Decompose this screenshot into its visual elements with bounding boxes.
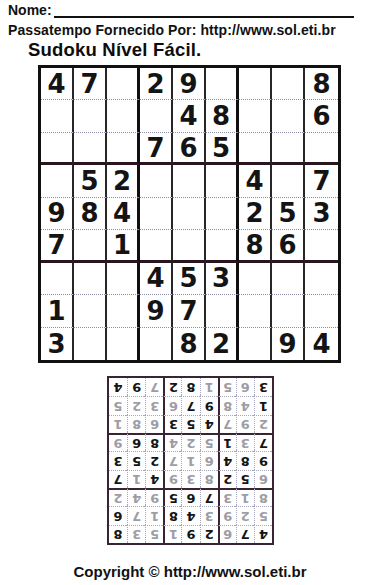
solution-cell-r6c1: 7 — [254, 433, 272, 451]
solution-cell-r8c8: 2 — [127, 396, 145, 414]
solution-cell-r1c2: 7 — [236, 525, 254, 543]
puzzle-cell-r6c2 — [74, 230, 107, 262]
solution-cell-r3c8: 4 — [127, 488, 145, 506]
puzzle-cell-r1c1: 4 — [41, 68, 74, 100]
puzzle-cell-r1c6 — [206, 68, 239, 100]
solution-cell-r7c2: 9 — [236, 415, 254, 433]
solution-cell-r9c6: 2 — [163, 378, 181, 396]
solution-cell-r8c4: 9 — [200, 396, 218, 414]
solution-cell-r8c3: 8 — [218, 396, 236, 414]
puzzle-cell-r3c1 — [41, 133, 74, 165]
puzzle-cell-r7c7 — [239, 263, 272, 295]
puzzle-cell-r3c8 — [272, 133, 305, 165]
solution-cell-r5c7: 2 — [145, 451, 163, 469]
puzzle-cell-r5c5 — [173, 198, 206, 230]
puzzle-cell-r8c7 — [239, 295, 272, 327]
puzzle-cell-r1c7 — [239, 68, 272, 100]
solution-cell-r3c4: 7 — [200, 488, 218, 506]
solution-cell-r2c1: 5 — [254, 506, 272, 524]
solution-cell-r1c8: 3 — [127, 525, 145, 543]
sudoku-worksheet-page: Nome: Passatempo Fornecido Por: http://w… — [0, 0, 380, 585]
puzzle-cell-r7c4: 4 — [140, 263, 173, 295]
solution-cell-r2c8: 7 — [127, 506, 145, 524]
puzzle-cell-r6c1: 7 — [41, 230, 74, 262]
puzzle-cell-r9c2 — [74, 328, 107, 360]
solution-cell-r3c2: 1 — [236, 488, 254, 506]
solution-cell-r3c6: 5 — [163, 488, 181, 506]
solution-cell-r9c2: 6 — [236, 378, 254, 396]
solution-cell-r7c6: 3 — [163, 415, 181, 433]
solution-cell-r8c6: 6 — [163, 396, 181, 414]
solution-cell-r3c5: 6 — [181, 488, 199, 506]
puzzle-cell-r6c4 — [140, 230, 173, 262]
solution-cell-r6c7: 8 — [145, 433, 163, 451]
puzzle-cell-r6c8: 6 — [272, 230, 305, 262]
puzzle-cell-r2c1 — [41, 100, 74, 132]
copyright-text: Copyright © http://www.sol.eti.br — [0, 563, 380, 580]
puzzle-cell-r4c9: 7 — [305, 165, 338, 197]
puzzle-cell-r9c6: 2 — [206, 328, 239, 360]
solution-cell-r3c1: 8 — [254, 488, 272, 506]
puzzle-cell-r2c2 — [74, 100, 107, 132]
solution-cell-r5c1: 9 — [254, 451, 272, 469]
puzzle-cell-r5c3: 4 — [107, 198, 140, 230]
puzzle-cell-r3c2 — [74, 133, 107, 165]
solution-cell-r6c5: 2 — [181, 433, 199, 451]
puzzle-cell-r8c8 — [272, 295, 305, 327]
puzzle-cell-r6c7: 8 — [239, 230, 272, 262]
solution-cell-r5c3: 4 — [218, 451, 236, 469]
puzzle-cell-r4c1 — [41, 165, 74, 197]
puzzle-cell-r5c4 — [140, 198, 173, 230]
solution-cell-r7c1: 2 — [254, 415, 272, 433]
solution-cell-r4c4: 8 — [200, 470, 218, 488]
solution-cell-r6c8: 6 — [127, 433, 145, 451]
puzzle-cell-r1c9: 8 — [305, 68, 338, 100]
solution-cell-r2c6: 8 — [163, 506, 181, 524]
puzzle-cell-r5c2: 8 — [74, 198, 107, 230]
sudoku-puzzle-grid: 472984867655247984253718645319738294 — [38, 65, 341, 363]
puzzle-cell-r6c5 — [173, 230, 206, 262]
solution-cell-r6c9: 9 — [109, 433, 127, 451]
puzzle-cell-r2c7 — [239, 100, 272, 132]
solution-cell-r4c5: 3 — [181, 470, 199, 488]
puzzle-cell-r6c6 — [206, 230, 239, 262]
puzzle-cell-r1c3 — [107, 68, 140, 100]
puzzle-cell-r8c3 — [107, 295, 140, 327]
puzzle-cell-r4c7: 4 — [239, 165, 272, 197]
solution-cell-r7c4: 4 — [200, 415, 218, 433]
puzzle-cell-r3c5: 6 — [173, 133, 206, 165]
solution-cell-r5c4: 6 — [200, 451, 218, 469]
solution-cell-r2c7: 1 — [145, 506, 163, 524]
solution-cell-r1c3: 6 — [218, 525, 236, 543]
puzzle-cell-r5c1: 9 — [41, 198, 74, 230]
solution-cell-r9c7: 7 — [145, 378, 163, 396]
puzzle-cell-r1c5: 9 — [173, 68, 206, 100]
solution-cell-r2c5: 4 — [181, 506, 199, 524]
puzzle-cell-r2c3 — [107, 100, 140, 132]
puzzle-cell-r5c9: 3 — [305, 198, 338, 230]
solution-cell-r3c9: 2 — [109, 488, 127, 506]
provided-by-text: Passatempo Fornecido Por: http://www.sol… — [8, 22, 336, 38]
solution-cell-r7c8: 8 — [127, 415, 145, 433]
name-blank-line — [54, 3, 354, 18]
puzzle-cell-r7c8 — [272, 263, 305, 295]
puzzle-cell-r7c1 — [41, 263, 74, 295]
puzzle-cell-r2c8 — [272, 100, 305, 132]
name-row: Nome: — [8, 2, 354, 18]
solution-cell-r8c2: 4 — [236, 396, 254, 414]
solution-cell-r6c2: 3 — [236, 433, 254, 451]
solution-cell-r1c9: 8 — [109, 525, 127, 543]
solution-cell-r9c8: 9 — [127, 378, 145, 396]
solution-cell-r2c2: 2 — [236, 506, 254, 524]
solution-cell-r6c3: 1 — [218, 433, 236, 451]
puzzle-cell-r9c3 — [107, 328, 140, 360]
solution-cell-r5c2: 8 — [236, 451, 254, 469]
puzzle-cell-r7c5: 5 — [173, 263, 206, 295]
name-label: Nome: — [8, 2, 52, 18]
puzzle-cell-r6c9 — [305, 230, 338, 262]
puzzle-cell-r9c8: 9 — [272, 328, 305, 360]
puzzle-cell-r1c8 — [272, 68, 305, 100]
puzzle-cell-r8c6 — [206, 295, 239, 327]
puzzle-cell-r7c3 — [107, 263, 140, 295]
solution-cell-r5c5: 1 — [181, 451, 199, 469]
solution-cell-r7c5: 5 — [181, 415, 199, 433]
solution-cell-r1c4: 2 — [200, 525, 218, 543]
puzzle-cell-r8c4: 9 — [140, 295, 173, 327]
puzzle-cell-r4c6 — [206, 165, 239, 197]
solution-cell-r9c3: 5 — [218, 378, 236, 396]
solution-cell-r2c3: 9 — [218, 506, 236, 524]
solution-cell-r5c6: 7 — [163, 451, 181, 469]
puzzle-cell-r3c7 — [239, 133, 272, 165]
solution-cell-r1c7: 5 — [145, 525, 163, 543]
puzzle-cell-r2c6: 8 — [206, 100, 239, 132]
puzzle-cell-r3c4: 7 — [140, 133, 173, 165]
solution-cell-r8c1: 1 — [254, 396, 272, 414]
puzzle-cell-r3c6: 5 — [206, 133, 239, 165]
puzzle-cell-r9c5: 8 — [173, 328, 206, 360]
puzzle-cell-r5c6 — [206, 198, 239, 230]
solution-cell-r2c9: 6 — [109, 506, 127, 524]
solution-cell-r4c9: 7 — [109, 470, 127, 488]
solution-cell-r8c5: 7 — [181, 396, 199, 414]
puzzle-cell-r8c9 — [305, 295, 338, 327]
solution-cell-r8c7: 3 — [145, 396, 163, 414]
solution-cell-r7c9: 1 — [109, 415, 127, 433]
puzzle-cell-r5c8: 5 — [272, 198, 305, 230]
puzzle-cell-r1c2: 7 — [74, 68, 107, 100]
solution-cell-r3c7: 9 — [145, 488, 163, 506]
solution-cell-r4c3: 2 — [218, 470, 236, 488]
puzzle-cell-r7c6: 3 — [206, 263, 239, 295]
puzzle-cell-r9c1: 3 — [41, 328, 74, 360]
puzzle-cell-r7c2 — [74, 263, 107, 295]
solution-cell-r4c7: 4 — [145, 470, 163, 488]
solution-cell-r7c3: 7 — [218, 415, 236, 433]
puzzle-cell-r9c7 — [239, 328, 272, 360]
puzzle-cell-r9c4 — [140, 328, 173, 360]
puzzle-cell-r5c7: 2 — [239, 198, 272, 230]
puzzle-cell-r4c5 — [173, 165, 206, 197]
solution-cell-r6c6: 4 — [163, 433, 181, 451]
solution-cell-r2c4: 3 — [200, 506, 218, 524]
puzzle-cell-r4c3: 2 — [107, 165, 140, 197]
solution-cell-r5c9: 3 — [109, 451, 127, 469]
puzzle-cell-r3c3 — [107, 133, 140, 165]
puzzle-cell-r2c5: 4 — [173, 100, 206, 132]
puzzle-cell-r4c2: 5 — [74, 165, 107, 197]
solution-cell-r1c5: 9 — [181, 525, 199, 543]
puzzle-cell-r8c2 — [74, 295, 107, 327]
puzzle-cell-r2c9: 6 — [305, 100, 338, 132]
solution-cell-r1c1: 4 — [254, 525, 272, 543]
puzzle-cell-r2c4 — [140, 100, 173, 132]
solution-cell-r8c9: 5 — [109, 396, 127, 414]
solution-cell-r4c8: 1 — [127, 470, 145, 488]
puzzle-cell-r3c9 — [305, 133, 338, 165]
puzzle-cell-r9c9: 4 — [305, 328, 338, 360]
solution-cell-r4c1: 6 — [254, 470, 272, 488]
solution-cell-r9c4: 1 — [200, 378, 218, 396]
solution-cell-r1c6: 1 — [163, 525, 181, 543]
puzzle-cell-r6c3: 1 — [107, 230, 140, 262]
solution-cell-r9c9: 4 — [109, 378, 127, 396]
puzzle-cell-r4c8 — [272, 165, 305, 197]
solution-cell-r3c3: 3 — [218, 488, 236, 506]
solution-cell-r4c2: 5 — [236, 470, 254, 488]
puzzle-cell-r7c9 — [305, 263, 338, 295]
puzzle-cell-r4c4 — [140, 165, 173, 197]
solution-cell-r9c1: 3 — [254, 378, 272, 396]
solution-cell-r7c7: 6 — [145, 415, 163, 433]
solution-cell-r5c8: 5 — [127, 451, 145, 469]
sudoku-solution-grid-upside-down: 4762915385293481768137659426528394179846… — [107, 376, 274, 545]
puzzle-cell-r1c4: 2 — [140, 68, 173, 100]
solution-cell-r9c5: 8 — [181, 378, 199, 396]
solution-cell-r4c6: 9 — [163, 470, 181, 488]
solution-cell-r6c4: 5 — [200, 433, 218, 451]
puzzle-cell-r8c1: 1 — [41, 295, 74, 327]
puzzle-cell-r8c5: 7 — [173, 295, 206, 327]
page-title: Sudoku Nível Fácil. — [28, 39, 201, 61]
